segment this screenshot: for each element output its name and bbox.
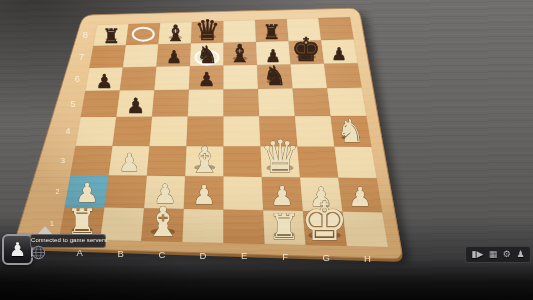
gear-icon[interactable]: ⚙ xyxy=(503,250,511,259)
square-g3[interactable] xyxy=(297,147,338,178)
board-grid-icon[interactable]: ▦ xyxy=(489,250,498,259)
rank-label-4: 4 xyxy=(66,127,71,136)
square-b6[interactable] xyxy=(120,67,157,91)
chess-board: ABCDEFGH12345678♜♝♛♜♟♞♝♟♚♟♟♟♞♟♞♟♝♛♟♟♟♟♟♟… xyxy=(0,0,533,300)
piece-white-queen-f3[interactable]: ♛ xyxy=(260,131,300,183)
piece-black-pawn-a6[interactable]: ♟ xyxy=(96,70,113,93)
globe-icon[interactable] xyxy=(31,245,46,260)
playback-icon[interactable]: ▮▶ xyxy=(471,250,483,259)
piece-black-pawn-b5[interactable]: ♟ xyxy=(126,94,145,118)
square-b4[interactable] xyxy=(113,117,153,146)
square-c4[interactable] xyxy=(150,117,188,147)
square-b7[interactable] xyxy=(123,44,158,67)
piece-black-pawn-c7[interactable]: ♟ xyxy=(166,47,182,67)
piece-black-knight-d7[interactable]: ♞ xyxy=(196,41,218,69)
piece-black-knight-f6[interactable]: ♞ xyxy=(263,60,287,91)
square-c5[interactable] xyxy=(152,90,189,117)
piece-white-pawn-d2[interactable]: ♟ xyxy=(192,179,216,210)
piece-black-rook-a8[interactable]: ♜ xyxy=(102,25,120,48)
piece-white-bishop-d3[interactable]: ♝ xyxy=(189,139,221,180)
piece-black-bishop-e7[interactable]: ♝ xyxy=(229,39,251,68)
piece-white-pawn-h2[interactable]: ♟ xyxy=(348,181,372,212)
square-c3[interactable] xyxy=(147,146,187,176)
piece-black-pawn-d6[interactable]: ♟ xyxy=(198,68,215,91)
piece-black-king-g7[interactable]: ♚ xyxy=(291,30,321,69)
square-e4[interactable] xyxy=(224,116,261,146)
square-e5[interactable] xyxy=(224,89,260,116)
piece-black-bishop-c8[interactable]: ♝ xyxy=(165,20,185,46)
file-label-A: A xyxy=(76,247,83,258)
square-h1[interactable] xyxy=(343,212,388,247)
piece-white-rook-f1[interactable]: ♜ xyxy=(268,206,300,247)
square-c6[interactable] xyxy=(154,66,190,90)
square-h5[interactable] xyxy=(327,88,366,116)
piece-white-bishop-c1[interactable]: ♝ xyxy=(145,198,181,246)
square-e1[interactable] xyxy=(224,210,265,244)
square-g5[interactable] xyxy=(293,88,331,116)
square-a3[interactable] xyxy=(70,146,112,176)
square-a5[interactable] xyxy=(81,91,120,117)
file-label-F: F xyxy=(282,251,288,262)
file-label-D: D xyxy=(200,250,207,261)
square-a7[interactable] xyxy=(89,45,125,68)
square-e2[interactable] xyxy=(224,177,264,211)
square-b2[interactable] xyxy=(104,175,147,208)
square-d1[interactable] xyxy=(182,209,223,243)
game-table: ABCDEFGH12345678♜♝♛♜♟♞♝♟♚♟♟♟♞♟♞♟♝♛♟♟♟♟♟♟… xyxy=(0,0,533,300)
square-h6[interactable] xyxy=(324,63,362,88)
piece-white-knight-h4[interactable]: ♞ xyxy=(337,113,365,149)
file-label-B: B xyxy=(118,248,124,259)
square-e3[interactable] xyxy=(224,146,262,177)
bottom-toolbar: ▮▶▦⚙♟ xyxy=(465,246,531,263)
square-a4[interactable] xyxy=(76,117,117,146)
file-label-C: C xyxy=(158,249,165,260)
piece-white-pawn-b3[interactable]: ♟ xyxy=(118,148,140,177)
square-g4[interactable] xyxy=(295,116,335,147)
file-label-E: E xyxy=(241,250,247,261)
piece-black-rook-f8[interactable]: ♜ xyxy=(263,21,281,44)
square-f5[interactable] xyxy=(258,89,295,117)
square-h3[interactable] xyxy=(334,147,376,178)
file-label-H: H xyxy=(364,253,371,264)
file-label-G: G xyxy=(323,252,330,263)
square-d5[interactable] xyxy=(188,89,224,116)
square-h8[interactable] xyxy=(318,17,353,40)
rank-label-8: 8 xyxy=(82,29,88,40)
rank-label-2: 2 xyxy=(55,187,59,196)
square-e6[interactable] xyxy=(224,65,259,89)
rank-label-6: 6 xyxy=(75,74,80,84)
rank-label-3: 3 xyxy=(61,156,65,165)
mini-controls: ▶ xyxy=(31,245,38,261)
rank-label-5: 5 xyxy=(71,99,76,109)
app-icon[interactable]: ♟ xyxy=(2,234,33,265)
square-b8[interactable] xyxy=(126,23,160,45)
app-icon-pawn-glyph: ♟ xyxy=(9,240,26,259)
rank-label-7: 7 xyxy=(79,51,84,62)
piece-white-king-g1[interactable]: ♚ xyxy=(301,190,349,253)
piece-black-pawn-h7[interactable]: ♟ xyxy=(331,44,347,64)
tooltip-arrow xyxy=(38,226,52,234)
piece-icon[interactable]: ♟ xyxy=(516,250,524,259)
